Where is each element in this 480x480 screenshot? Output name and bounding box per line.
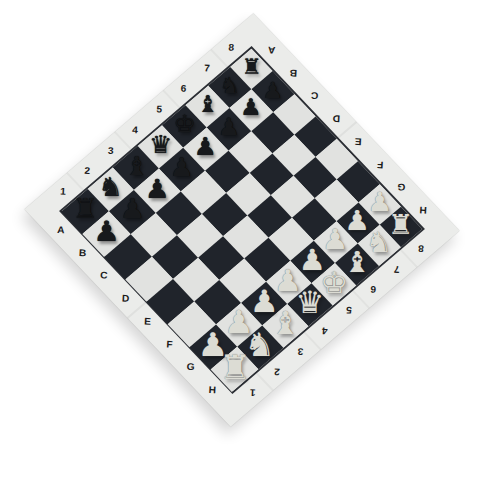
label-rank-3-left: 3 — [108, 146, 114, 156]
label-file-b-bottom: B — [79, 248, 87, 258]
piece-black-rook[interactable]: ♜ — [241, 57, 261, 78]
label-file-f-bottom: F — [166, 340, 173, 350]
label-file-a-top: A — [268, 45, 276, 55]
label-rank-3-right: 3 — [298, 346, 304, 356]
label-file-b-top: B — [289, 68, 297, 78]
label-rank-1-right: 1 — [250, 387, 256, 397]
label-file-a-bottom: A — [57, 225, 65, 235]
label-rank-6-right: 6 — [370, 284, 376, 294]
label-file-h-top: H — [419, 205, 427, 215]
label-rank-4-right: 4 — [322, 326, 328, 336]
chessboard-mat: ♜♟♟♜♞♟♟♞♝♟♟♝♚♟♟♚♛♟♟♛♝♟♟♝♞♟♟♞♜♟♟♜ 88AA77B… — [24, 13, 459, 427]
label-file-e-top: E — [355, 136, 362, 146]
chessboard-grid: ♜♟♟♜♞♟♟♞♝♟♟♝♚♟♟♚♛♟♟♛♝♟♟♝♞♟♟♞♜♟♟♜ — [59, 46, 425, 394]
label-file-c-top: C — [311, 90, 319, 100]
label-rank-4-left: 4 — [132, 125, 138, 135]
label-rank-2-left: 2 — [84, 166, 90, 176]
piece-black-bishop[interactable]: ♝ — [196, 94, 218, 117]
piece-black-pawn[interactable]: ♟ — [194, 135, 217, 160]
piece-black-pawn[interactable]: ♟ — [119, 196, 145, 223]
piece-black-pawn[interactable]: ♟ — [240, 97, 262, 120]
label-rank-5-right: 5 — [346, 305, 352, 315]
label-rank-7-left: 7 — [204, 63, 210, 73]
piece-black-pawn[interactable]: ♟ — [217, 116, 240, 140]
label-file-e-bottom: E — [144, 317, 151, 327]
label-file-d-top: D — [333, 113, 341, 123]
label-rank-2-right: 2 — [274, 367, 280, 377]
label-file-g-bottom: G — [187, 362, 195, 372]
piece-black-pawn[interactable]: ♟ — [93, 218, 120, 246]
piece-black-king[interactable]: ♚ — [173, 113, 196, 137]
piece-black-pawn[interactable]: ♟ — [145, 175, 170, 201]
label-rank-8-left: 8 — [228, 43, 234, 53]
label-file-c-bottom: C — [100, 271, 108, 281]
label-file-g-top: G — [397, 182, 405, 192]
label-rank-6-left: 6 — [180, 84, 186, 94]
label-file-h-bottom: H — [209, 385, 217, 395]
piece-black-pawn[interactable]: ♟ — [262, 79, 283, 101]
piece-white-rook[interactable]: ♜ — [219, 351, 251, 384]
label-file-f-top: F — [376, 159, 383, 169]
label-rank-1-left: 1 — [60, 187, 66, 197]
product-photo-background: ♜♟♟♜♞♟♟♞♝♟♟♝♚♟♟♚♛♟♟♛♝♟♟♝♞♟♟♞♜♟♟♜ 88AA77B… — [0, 0, 480, 480]
piece-black-pawn[interactable]: ♟ — [170, 155, 194, 181]
label-rank-5-left: 5 — [156, 105, 162, 115]
label-rank-8-right: 8 — [418, 243, 424, 253]
label-rank-7-right: 7 — [394, 264, 400, 274]
label-file-d-bottom: D — [122, 294, 130, 304]
piece-black-knight[interactable]: ♞ — [219, 75, 240, 97]
